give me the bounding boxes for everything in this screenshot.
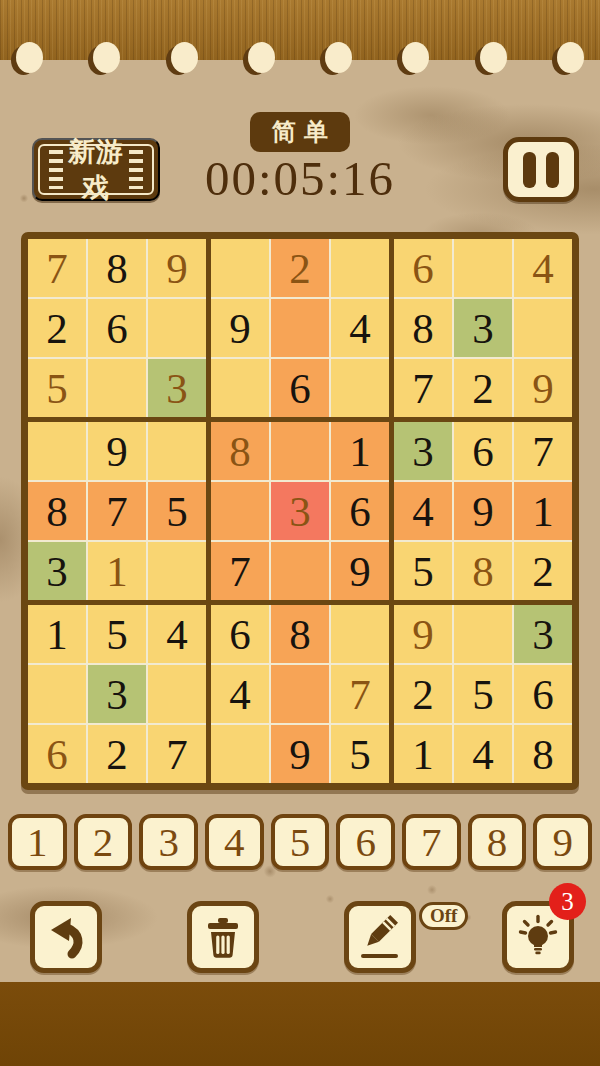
cell-r7c9[interactable]: 3 xyxy=(514,605,572,663)
cell-r3c4[interactable] xyxy=(211,359,269,417)
cell-r3c7[interactable]: 7 xyxy=(394,359,452,417)
cell-r3c1[interactable]: 5 xyxy=(28,359,86,417)
cell-r1c2[interactable]: 8 xyxy=(88,239,146,297)
cell-r2c3[interactable] xyxy=(148,299,206,357)
cell-digit: 8 xyxy=(472,550,494,593)
cell-digit: 9 xyxy=(106,430,128,473)
box-2-2: 813679 xyxy=(211,422,389,600)
binder-hole xyxy=(248,42,275,73)
binder-hole xyxy=(16,42,43,73)
cell-r7c3[interactable]: 4 xyxy=(148,605,206,663)
cell-digit: 7 xyxy=(106,490,128,533)
cell-r6c1[interactable]: 3 xyxy=(28,542,86,600)
cell-r8c3[interactable] xyxy=(148,665,206,723)
box-3-1: 1543627 xyxy=(28,605,206,783)
cell-r5c2[interactable]: 7 xyxy=(88,482,146,540)
cell-r7c4[interactable]: 6 xyxy=(211,605,269,663)
cell-r1c4[interactable] xyxy=(211,239,269,297)
game-timer: 00:05:16 xyxy=(205,150,395,207)
cell-r9c7[interactable]: 1 xyxy=(394,725,452,783)
cell-r7c7[interactable]: 9 xyxy=(394,605,452,663)
cell-digit: 8 xyxy=(532,733,554,776)
cell-r9c4[interactable] xyxy=(211,725,269,783)
binder-hole xyxy=(480,42,507,73)
cell-r8c9[interactable]: 6 xyxy=(514,665,572,723)
box-3-2: 684795 xyxy=(211,605,389,783)
cell-r2c1[interactable]: 2 xyxy=(28,299,86,357)
cell-r4c6[interactable]: 1 xyxy=(331,422,389,480)
cell-r5c4[interactable] xyxy=(211,482,269,540)
cell-digit: 3 xyxy=(532,613,554,656)
cell-digit: 5 xyxy=(46,367,68,410)
cell-r2c9[interactable] xyxy=(514,299,572,357)
cell-digit: 5 xyxy=(106,613,128,656)
numpad-button-7[interactable]: 7 xyxy=(402,814,461,870)
cell-r8c2[interactable]: 3 xyxy=(88,665,146,723)
cell-r6c8[interactable]: 8 xyxy=(454,542,512,600)
cell-digit: 7 xyxy=(349,673,371,716)
cell-digit: 7 xyxy=(166,733,188,776)
cell-r8c8[interactable]: 5 xyxy=(454,665,512,723)
cell-r2c7[interactable]: 8 xyxy=(394,299,452,357)
cell-r9c9[interactable]: 8 xyxy=(514,725,572,783)
cell-digit: 1 xyxy=(412,733,434,776)
cell-digit: 5 xyxy=(412,550,434,593)
cell-digit: 7 xyxy=(46,247,68,290)
cell-r3c9[interactable]: 9 xyxy=(514,359,572,417)
cell-digit: 3 xyxy=(166,367,188,410)
cell-r3c6[interactable] xyxy=(331,359,389,417)
cell-digit: 9 xyxy=(229,307,251,350)
pause-button[interactable] xyxy=(503,137,579,202)
cell-r2c2[interactable]: 6 xyxy=(88,299,146,357)
cell-r9c3[interactable]: 7 xyxy=(148,725,206,783)
pause-icon xyxy=(546,152,559,188)
cell-r1c7[interactable]: 6 xyxy=(394,239,452,297)
undo-icon xyxy=(42,913,90,961)
cell-r4c7[interactable]: 3 xyxy=(394,422,452,480)
cell-digit: 4 xyxy=(472,733,494,776)
cell-r7c1[interactable]: 1 xyxy=(28,605,86,663)
cell-r8c1[interactable] xyxy=(28,665,86,723)
cell-digit: 8 xyxy=(289,613,311,656)
cell-r1c3[interactable]: 9 xyxy=(148,239,206,297)
cell-r7c8[interactable] xyxy=(454,605,512,663)
new-game-label: 新游戏 xyxy=(63,141,129,198)
cell-r5c6[interactable]: 6 xyxy=(331,482,389,540)
cell-digit: 1 xyxy=(349,430,371,473)
box-2-1: 987531 xyxy=(28,422,206,600)
binder-hole xyxy=(93,42,120,73)
cell-r3c5[interactable]: 6 xyxy=(271,359,329,417)
sudoku-grid: 7892653294664837299875318136793674915821… xyxy=(21,232,579,790)
cell-digit: 4 xyxy=(166,613,188,656)
numpad-button-1[interactable]: 1 xyxy=(8,814,67,870)
cell-digit: 6 xyxy=(532,673,554,716)
cell-digit: 2 xyxy=(532,550,554,593)
cell-digit: 6 xyxy=(412,247,434,290)
cell-r5c1[interactable]: 8 xyxy=(28,482,86,540)
cell-r4c8[interactable]: 6 xyxy=(454,422,512,480)
cell-digit: 4 xyxy=(532,247,554,290)
numpad-button-8[interactable]: 8 xyxy=(468,814,527,870)
numpad-button-6[interactable]: 6 xyxy=(336,814,395,870)
numpad-button-5[interactable]: 5 xyxy=(271,814,330,870)
binder-holes xyxy=(0,42,600,73)
cell-r4c2[interactable]: 9 xyxy=(88,422,146,480)
cell-digit: 6 xyxy=(349,490,371,533)
cell-r5c5[interactable]: 3 xyxy=(271,482,329,540)
cell-digit: 9 xyxy=(412,613,434,656)
cell-digit: 3 xyxy=(412,430,434,473)
cell-r2c4[interactable]: 9 xyxy=(211,299,269,357)
cell-digit: 1 xyxy=(106,550,128,593)
cell-r4c3[interactable] xyxy=(148,422,206,480)
cell-r8c4[interactable]: 4 xyxy=(211,665,269,723)
cell-digit: 3 xyxy=(106,673,128,716)
cell-r7c2[interactable]: 5 xyxy=(88,605,146,663)
new-game-border-stripe xyxy=(129,150,143,189)
cell-r8c6[interactable]: 7 xyxy=(331,665,389,723)
cell-digit: 3 xyxy=(472,307,494,350)
cell-r3c2[interactable] xyxy=(88,359,146,417)
lightbulb-icon xyxy=(514,913,562,961)
undo-button[interactable] xyxy=(30,901,102,973)
bottom-wood-bar xyxy=(0,982,600,1066)
cell-r9c6[interactable]: 5 xyxy=(331,725,389,783)
pause-icon xyxy=(523,152,536,188)
cell-r4c9[interactable]: 7 xyxy=(514,422,572,480)
new-game-border-stripe xyxy=(49,150,63,189)
cell-r2c8[interactable]: 3 xyxy=(454,299,512,357)
cell-r4c1[interactable] xyxy=(28,422,86,480)
cell-digit: 8 xyxy=(229,430,251,473)
binder-hole xyxy=(171,42,198,73)
cell-digit: 7 xyxy=(229,550,251,593)
pencil-mode-button[interactable] xyxy=(344,901,416,973)
numpad-button-4[interactable]: 4 xyxy=(205,814,264,870)
cell-r1c8[interactable] xyxy=(454,239,512,297)
cell-r9c1[interactable]: 6 xyxy=(28,725,86,783)
cell-r6c4[interactable]: 7 xyxy=(211,542,269,600)
cell-digit: 6 xyxy=(472,430,494,473)
box-1-1: 7892653 xyxy=(28,239,206,417)
cell-digit: 6 xyxy=(106,307,128,350)
cell-digit: 9 xyxy=(472,490,494,533)
cell-r8c7[interactable]: 2 xyxy=(394,665,452,723)
cell-digit: 5 xyxy=(166,490,188,533)
cell-r4c5[interactable] xyxy=(271,422,329,480)
cell-r7c5[interactable]: 8 xyxy=(271,605,329,663)
cell-digit: 2 xyxy=(46,307,68,350)
cell-r1c9[interactable]: 4 xyxy=(514,239,572,297)
cell-digit: 9 xyxy=(349,550,371,593)
cell-digit: 2 xyxy=(472,367,494,410)
box-2-3: 367491582 xyxy=(394,422,572,600)
cell-r3c8[interactable]: 2 xyxy=(454,359,512,417)
cell-digit: 9 xyxy=(532,367,554,410)
cell-digit: 1 xyxy=(46,613,68,656)
cell-r6c2[interactable]: 1 xyxy=(88,542,146,600)
cell-digit: 4 xyxy=(349,307,371,350)
number-pad: 123456789 xyxy=(8,814,592,870)
cell-r2c5[interactable] xyxy=(271,299,329,357)
cell-r5c9[interactable]: 1 xyxy=(514,482,572,540)
cell-r1c5[interactable]: 2 xyxy=(271,239,329,297)
cell-digit: 1 xyxy=(532,490,554,533)
cell-r7c6[interactable] xyxy=(331,605,389,663)
cell-r9c5[interactable]: 9 xyxy=(271,725,329,783)
box-3-3: 93256148 xyxy=(394,605,572,783)
box-1-3: 6483729 xyxy=(394,239,572,417)
cell-digit: 2 xyxy=(106,733,128,776)
new-game-button[interactable]: 新游戏 xyxy=(32,138,160,201)
cell-r6c7[interactable]: 5 xyxy=(394,542,452,600)
cell-digit: 9 xyxy=(166,247,188,290)
cell-digit: 8 xyxy=(106,247,128,290)
cell-digit: 4 xyxy=(229,673,251,716)
box-1-2: 2946 xyxy=(211,239,389,417)
cell-r9c8[interactable]: 4 xyxy=(454,725,512,783)
cell-digit: 8 xyxy=(46,490,68,533)
cell-digit: 6 xyxy=(289,367,311,410)
cell-r8c5[interactable] xyxy=(271,665,329,723)
cell-digit: 6 xyxy=(46,733,68,776)
cell-r5c7[interactable]: 4 xyxy=(394,482,452,540)
cell-digit: 3 xyxy=(289,490,311,533)
cell-digit: 6 xyxy=(229,613,251,656)
cell-r2c6[interactable]: 4 xyxy=(331,299,389,357)
cell-digit: 7 xyxy=(412,367,434,410)
cell-digit: 3 xyxy=(46,550,68,593)
cell-r6c6[interactable]: 9 xyxy=(331,542,389,600)
pencil-icon xyxy=(356,913,404,961)
cell-r1c1[interactable]: 7 xyxy=(28,239,86,297)
cell-digit: 5 xyxy=(472,673,494,716)
numpad-button-9[interactable]: 9 xyxy=(533,814,592,870)
cell-digit: 8 xyxy=(412,307,434,350)
cell-digit: 4 xyxy=(412,490,434,533)
numpad-button-3[interactable]: 3 xyxy=(139,814,198,870)
delete-button[interactable] xyxy=(187,901,259,973)
cell-r5c8[interactable]: 9 xyxy=(454,482,512,540)
cell-digit: 9 xyxy=(289,733,311,776)
cell-digit: 2 xyxy=(289,247,311,290)
binder-hole xyxy=(557,42,584,73)
cell-digit: 5 xyxy=(349,733,371,776)
hint-count-badge: 3 xyxy=(549,883,586,920)
trash-icon xyxy=(199,913,247,961)
binder-hole xyxy=(402,42,429,73)
sudoku-app: 新游戏 简单 00:05:16 789265329466483729987531… xyxy=(0,0,600,1066)
cell-r6c5[interactable] xyxy=(271,542,329,600)
cell-r6c3[interactable] xyxy=(148,542,206,600)
pencil-mode-state: Off xyxy=(419,902,468,930)
cell-r4c4[interactable]: 8 xyxy=(211,422,269,480)
cell-r9c2[interactable]: 2 xyxy=(88,725,146,783)
cell-digit: 7 xyxy=(532,430,554,473)
cell-r5c3[interactable]: 5 xyxy=(148,482,206,540)
numpad-button-2[interactable]: 2 xyxy=(74,814,133,870)
cell-r6c9[interactable]: 2 xyxy=(514,542,572,600)
cell-r3c3[interactable]: 3 xyxy=(148,359,206,417)
cell-digit: 2 xyxy=(412,673,434,716)
cell-r1c6[interactable] xyxy=(331,239,389,297)
difficulty-badge: 简单 xyxy=(250,112,350,152)
binder-hole xyxy=(325,42,352,73)
